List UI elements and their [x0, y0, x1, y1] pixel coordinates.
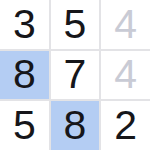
- grid-cell[interactable]: 5: [0, 101, 49, 150]
- number-grid: 3 5 4 8 7 4 5 8 2: [0, 0, 150, 150]
- cell-digit: 8: [64, 105, 87, 146]
- grid-cell[interactable]: 4: [101, 51, 150, 100]
- grid-cell[interactable]: 3: [0, 0, 49, 49]
- cell-digit: 8: [13, 54, 36, 95]
- cell-digit: 2: [114, 105, 137, 146]
- cell-digit: 4: [114, 4, 137, 45]
- grid-cell[interactable]: 8: [0, 51, 49, 100]
- cell-digit: 7: [64, 54, 87, 95]
- cell-digit: 3: [13, 4, 36, 45]
- grid-cell[interactable]: 5: [51, 0, 100, 49]
- grid-cell[interactable]: 7: [51, 51, 100, 100]
- grid-cell[interactable]: 2: [101, 101, 150, 150]
- grid-cell[interactable]: 8: [51, 101, 100, 150]
- cell-digit: 5: [64, 4, 87, 45]
- cell-digit: 4: [114, 54, 137, 95]
- grid-cell[interactable]: 4: [101, 0, 150, 49]
- cell-digit: 5: [13, 105, 36, 146]
